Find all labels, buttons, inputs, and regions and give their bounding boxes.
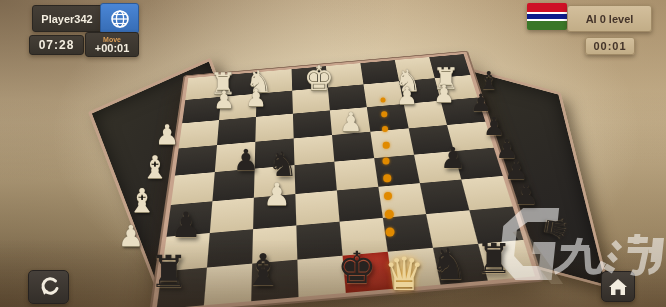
piece-black-knight-b8[interactable]: ♞	[430, 243, 469, 286]
ai-level-badge: AI 0 level	[567, 5, 652, 32]
move-trail-dot	[383, 142, 390, 149]
captured-black-pawn: ♟	[513, 181, 538, 209]
home-button[interactable]	[601, 271, 635, 302]
piece-white-pawn-g2[interactable]: ♟	[245, 86, 267, 110]
piece-black-rook-a8[interactable]: ♜	[476, 239, 513, 280]
piece-black-pawn-h7[interactable]: ♟	[170, 207, 201, 242]
move-trail-dot	[382, 126, 388, 132]
piece-white-pawn-f5[interactable]: ♟	[263, 179, 291, 210]
move-trail-dot	[386, 228, 395, 237]
piece-white-queen-c8[interactable]: ♛	[383, 251, 424, 297]
opponent-clock: 00:01	[585, 37, 635, 55]
opponent-time: 00:01	[593, 40, 626, 52]
player-clock: 07:28	[29, 35, 84, 55]
piece-white-king-e1[interactable]: ♚	[304, 61, 334, 95]
piece-black-bishop-f8[interactable]: ♝	[243, 248, 282, 292]
undo-button[interactable]	[28, 270, 69, 304]
home-icon	[608, 278, 628, 296]
move-trail-dot	[385, 210, 394, 219]
undo-arrow-icon	[38, 277, 60, 297]
captured-white-pawn: ♟	[118, 222, 144, 251]
player-name-badge: Player342	[32, 5, 102, 32]
player-time: 07:28	[39, 38, 75, 52]
captured-white-bishop: ♝	[127, 184, 157, 217]
opponent-flag-gambia	[527, 3, 567, 30]
move-trail-dot	[383, 174, 391, 182]
online-globe-button[interactable]	[100, 3, 139, 34]
move-timer: Move +00:01	[85, 32, 139, 57]
move-trail-dot	[383, 158, 390, 165]
captured-black-queen: ♛	[539, 212, 573, 244]
globe-icon	[110, 9, 130, 29]
captured-white-bishop: ♝	[141, 152, 169, 183]
move-trail-dot	[381, 111, 387, 117]
player-name: Player342	[41, 13, 92, 25]
piece-black-pawn-b5[interactable]: ♟	[440, 144, 466, 173]
piece-white-pawn-d4[interactable]: ♟	[339, 109, 362, 135]
piece-white-pawn-a2[interactable]: ♟	[433, 82, 455, 106]
move-trail-dot	[381, 98, 386, 103]
game-scene: ♜♞♚♞♜♟♟♟♟♟♟♛♟♞♟♟♜♝♚♞♜♟♝♝♟♝♟♟♟♟♟♛ Player3…	[0, 0, 666, 307]
piece-black-king-d8[interactable]: ♚	[337, 246, 376, 290]
move-time: +00:01	[95, 43, 130, 54]
piece-black-pawn-g4[interactable]: ♟	[233, 146, 259, 175]
ai-level-label: AI 0 level	[586, 13, 634, 25]
captured-white-pawn: ♟	[155, 122, 179, 149]
piece-white-pawn-h2[interactable]: ♟	[213, 88, 235, 112]
move-trail-dot	[384, 192, 392, 200]
piece-white-pawn-b2[interactable]: ♟	[396, 84, 418, 108]
piece-black-rook-h8[interactable]: ♜	[149, 250, 188, 294]
